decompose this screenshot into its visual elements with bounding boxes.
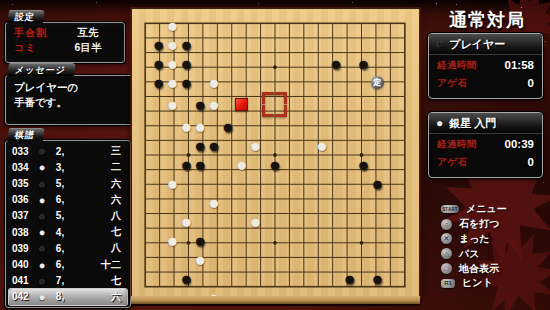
black-stone: ●	[193, 231, 207, 250]
player-card-black: ● プレイヤー 経過時間 01:58 アゲ石 0	[428, 33, 543, 99]
move-x-coord: 4,	[49, 227, 71, 238]
black-stone: ●	[207, 136, 221, 155]
captures-value: 0	[467, 156, 534, 168]
white-stone: ●	[193, 250, 207, 269]
black-stone: ●	[152, 35, 166, 54]
move-x-coord: 8,	[49, 291, 71, 302]
captures-label: アゲ石	[437, 77, 467, 90]
message-line-1: プレイヤーの	[14, 80, 132, 95]
move-y-coord: 七	[71, 225, 124, 239]
record-row[interactable]: 042●8,六	[9, 289, 127, 305]
black-stone: ●	[179, 54, 193, 73]
control-circle-row[interactable]: ○石を打つ	[441, 217, 547, 232]
komi-value: 6目半	[60, 41, 116, 55]
komi-label: コミ	[14, 41, 60, 55]
handicap-label: 手合割	[14, 26, 60, 40]
star-speckles	[0, 0, 1, 1]
white-stone: ●	[166, 174, 180, 193]
move-x-coord: 5,	[49, 178, 71, 189]
move-x-coord: 6,	[49, 243, 71, 254]
control-label: 石を打つ	[459, 217, 499, 231]
black-stone: ●	[179, 73, 193, 92]
move-y-coord: 六	[71, 290, 124, 304]
move-x-coord: 6,	[49, 259, 71, 270]
control-start-row[interactable]: STARTメニュー	[441, 202, 547, 217]
move-x-coord: 5,	[49, 210, 71, 221]
control-label: メニュー	[466, 202, 507, 216]
elapsed-time-value: 01:58	[477, 59, 534, 71]
record-row[interactable]: 039●6,八	[9, 240, 127, 256]
board-intersections[interactable]: ●●●●●●●●●●●●●●●●●●●●●●●●●●●●●●●●●●●●●●●●…	[138, 16, 412, 294]
black-stone-icon: ●	[35, 179, 49, 189]
control-cross-row[interactable]: ✕まった	[441, 232, 547, 247]
black-stone: ●	[357, 54, 371, 73]
cross-icon: ✕	[441, 233, 452, 244]
black-stone: ●	[221, 117, 235, 136]
elapsed-time-label: 経過時間	[437, 59, 477, 72]
white-stone: ●	[179, 212, 193, 231]
record-row[interactable]: 037●5,八	[9, 208, 127, 224]
white-stone-icon: ●	[35, 227, 49, 237]
square-icon: □	[441, 263, 452, 274]
white-stone: ●	[249, 212, 263, 231]
start-icon: START	[441, 205, 459, 213]
komi-row: コミ 6目半	[6, 40, 124, 55]
captures-value: 0	[467, 77, 534, 89]
move-y-coord: 三	[71, 144, 124, 158]
white-stone: ●	[166, 54, 180, 73]
move-record-panel[interactable]: 033●2,三034●3,二035●5,六036●6,六037●5,八038●4…	[5, 140, 131, 308]
move-x-coord: 7,	[49, 275, 71, 286]
control-r1-row[interactable]: R1ヒント	[441, 276, 547, 291]
elapsed-time-row: 経過時間 01:58	[429, 55, 542, 73]
record-row[interactable]: 034●3,二	[9, 159, 127, 175]
black-stone: ●	[179, 269, 193, 288]
black-stone: ●	[357, 155, 371, 174]
black-stone: ●	[329, 54, 343, 73]
move-number: 035	[12, 178, 35, 189]
black-stone: ●	[152, 73, 166, 92]
move-y-coord: 六	[71, 177, 124, 191]
control-label: 地合表示	[459, 262, 499, 276]
control-label: パス	[459, 247, 479, 261]
record-row[interactable]: 038●4,七	[9, 224, 127, 240]
control-label: まった	[459, 232, 490, 246]
move-number: 037	[12, 210, 35, 221]
elapsed-time-value: 00:39	[477, 138, 534, 150]
move-x-coord: 3,	[49, 162, 71, 173]
message-panel: プレイヤーの 手番です。	[5, 75, 141, 125]
white-stone: ●	[166, 35, 180, 54]
player-name: プレイヤー	[449, 37, 505, 52]
white-stone: ●	[315, 136, 329, 155]
black-stone: ●	[370, 174, 384, 193]
control-triangle-row[interactable]: △パス	[441, 246, 547, 261]
game-screen: 設定 手合割 互先 コミ 6目半 メッセージ プレイヤーの 手番です。 棋譜 0…	[0, 0, 550, 310]
white-stone: ●	[235, 155, 249, 174]
black-stone-icon: ●	[35, 211, 49, 221]
handicap-value: 互先	[60, 26, 116, 40]
black-stone: ●	[370, 269, 384, 288]
white-stone: ●	[166, 73, 180, 92]
white-stone: ●	[193, 117, 207, 136]
last-move-marker	[235, 98, 248, 111]
record-row[interactable]: 036●6,六	[9, 192, 127, 208]
r1-icon: R1	[441, 279, 455, 288]
white-stone-icon: ●	[35, 260, 49, 270]
white-stone-icon: ●	[436, 117, 443, 129]
message-line-2: 手番です。	[14, 95, 132, 110]
go-board[interactable]: ●●●●●●●●●●●●●●●●●●●●●●●●●●●●●●●●●●●●●●●●…	[131, 8, 420, 297]
move-number: 033	[12, 146, 35, 157]
player-card-white-header: ● 銀星 入門	[429, 113, 542, 134]
record-row[interactable]: 033●2,三	[9, 143, 127, 159]
elapsed-time-row: 経過時間 00:39	[429, 134, 542, 152]
black-stone-icon: ●	[35, 243, 49, 253]
white-stone-icon: ●	[35, 162, 49, 172]
black-stone: ●	[179, 35, 193, 54]
white-stone-icon: ●	[35, 195, 49, 205]
record-row[interactable]: 041●7,七	[9, 273, 127, 289]
move-number: 039	[12, 243, 35, 254]
move-y-coord: 八	[71, 209, 124, 223]
black-stone: ●	[343, 269, 357, 288]
record-tab-label: 棋譜	[14, 130, 35, 140]
record-tab: 棋譜	[7, 128, 45, 141]
control-square-row[interactable]: □地合表示	[441, 261, 547, 276]
player-card-white: ● 銀星 入門 経過時間 00:39 アゲ石 0	[428, 112, 543, 178]
move-number: 038	[12, 227, 35, 238]
player-name: 銀星 入門	[449, 116, 496, 131]
handicap-row: 手合割 互先	[6, 25, 124, 40]
move-number: 036	[12, 194, 35, 205]
board-cursor[interactable]	[262, 92, 287, 117]
white-stone: ●	[207, 193, 221, 212]
game-mode-title: 通常対局	[430, 8, 544, 32]
move-y-coord: 七	[71, 274, 124, 288]
black-stone: ●	[262, 155, 287, 174]
button-legend: STARTメニュー○石を打つ✕まった△パス□地合表示R1ヒント	[441, 202, 547, 291]
white-stone-icon: ●	[35, 292, 49, 302]
captures-row: アゲ石 0	[429, 152, 542, 170]
record-row[interactable]: 035●5,六	[9, 175, 127, 191]
black-stone: ●	[179, 155, 193, 174]
triangle-icon: △	[441, 248, 452, 259]
settings-panel: 手合割 互先 コミ 6目半	[5, 22, 125, 63]
captures-label: アゲ石	[437, 156, 467, 169]
move-y-coord: 八	[71, 241, 124, 255]
settings-tab-label: 設定	[14, 12, 35, 22]
move-y-coord: 十二	[71, 258, 124, 272]
black-stone: ●	[193, 136, 207, 155]
move-number: 040	[12, 259, 35, 270]
white-stone: ●	[166, 16, 180, 35]
move-number: 034	[12, 162, 35, 173]
move-x-coord: 2,	[49, 146, 71, 157]
white-stone: ●	[179, 117, 193, 136]
board-grid-area[interactable]: ●●●●●●●●●●●●●●●●●●●●●●●●●●●●●●●●●●●●●●●●…	[138, 16, 412, 294]
control-label: ヒント	[462, 276, 493, 290]
move-number: 041	[12, 275, 35, 286]
black-stone: ●	[193, 155, 207, 174]
elapsed-time-label: 経過時間	[437, 138, 477, 151]
message-tab-label: メッセージ	[14, 65, 66, 75]
settings-tab: 設定	[7, 10, 45, 23]
black-stone-icon: ●	[436, 38, 443, 50]
black-stone: ●	[152, 54, 166, 73]
move-x-coord: 6,	[49, 194, 71, 205]
black-stone-icon: ●	[35, 276, 49, 286]
record-row[interactable]: 040●6,十二	[9, 256, 127, 272]
player-card-black-header: ● プレイヤー	[429, 34, 542, 55]
board-front-bevel	[131, 296, 420, 306]
captures-row: アゲ石 0	[429, 73, 542, 91]
white-stone: ●	[207, 73, 221, 92]
message-tab: メッセージ	[7, 63, 76, 76]
black-stone-icon: ●	[35, 146, 49, 156]
joseki-hint-stone: 定	[371, 76, 384, 89]
white-stone: ●	[166, 92, 180, 117]
white-stone: ●	[207, 92, 221, 117]
move-y-coord: 六	[71, 193, 124, 207]
white-stone: ●	[249, 136, 263, 155]
move-number: 042	[12, 291, 35, 302]
circle-icon: ○	[441, 219, 452, 230]
move-y-coord: 二	[71, 160, 124, 174]
white-stone: ●	[166, 231, 180, 250]
black-stone: ●	[193, 92, 207, 117]
